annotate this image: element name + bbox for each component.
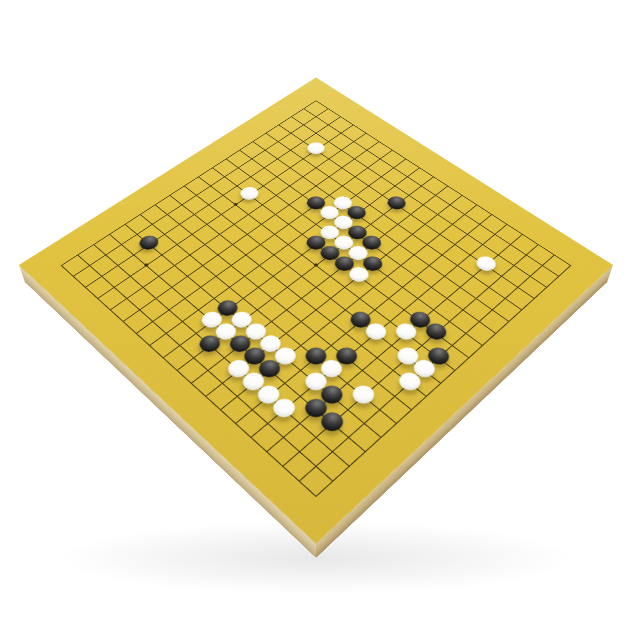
white-stone	[304, 140, 328, 156]
board-surface	[19, 77, 613, 543]
white-stone	[473, 253, 500, 273]
hoshi-point	[233, 202, 238, 206]
go-board-photo	[0, 0, 640, 640]
hoshi-point	[313, 263, 319, 267]
white-stone	[348, 381, 378, 406]
board-3d-scene	[0, 0, 640, 640]
black-stone	[384, 193, 410, 211]
white-stone	[237, 184, 262, 202]
black-stone	[136, 232, 162, 252]
hoshi-point	[143, 263, 149, 267]
goban	[19, 77, 613, 543]
